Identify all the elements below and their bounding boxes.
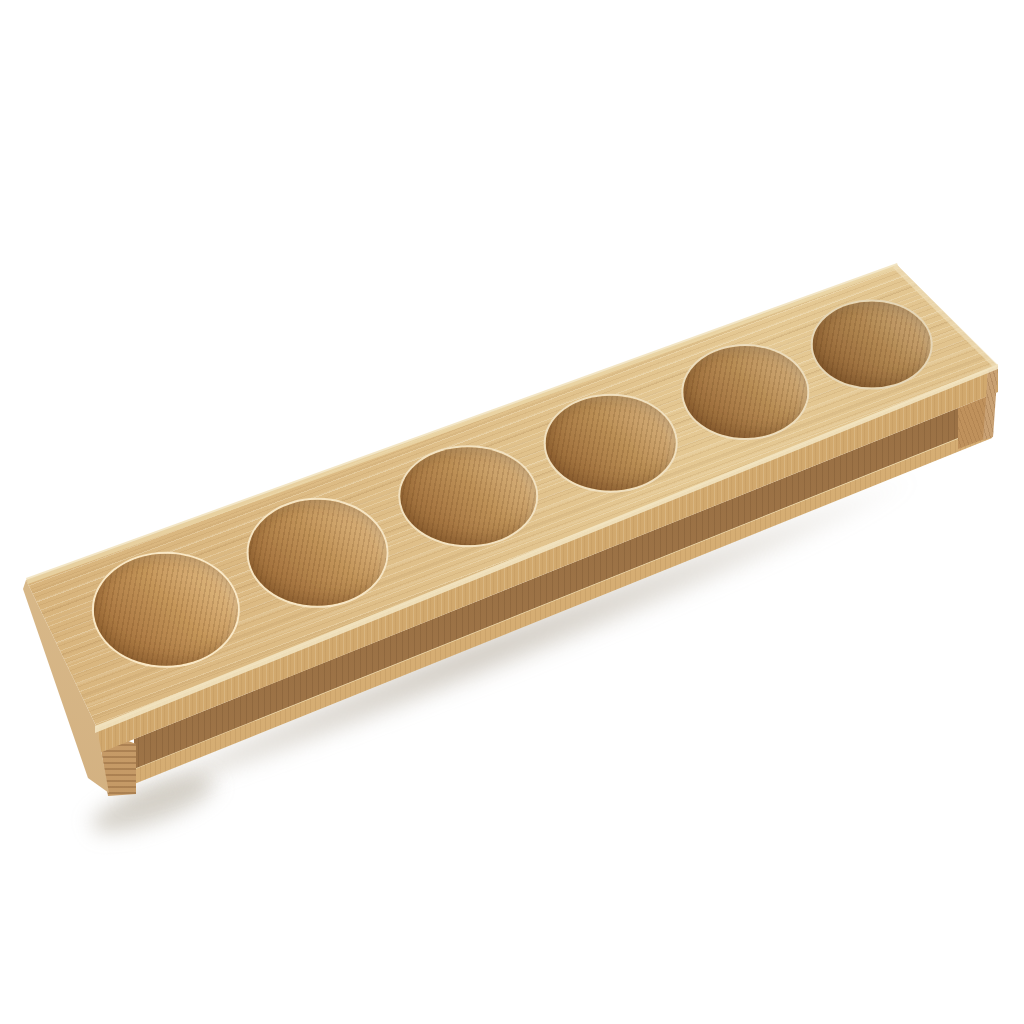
pit-6 (813, 302, 931, 388)
pit-1 (93, 554, 237, 666)
photo-stage (0, 0, 1024, 1024)
pit-3 (400, 447, 536, 545)
pit-5 (683, 346, 807, 438)
pit-2 (248, 500, 386, 606)
pit-4 (546, 395, 676, 490)
